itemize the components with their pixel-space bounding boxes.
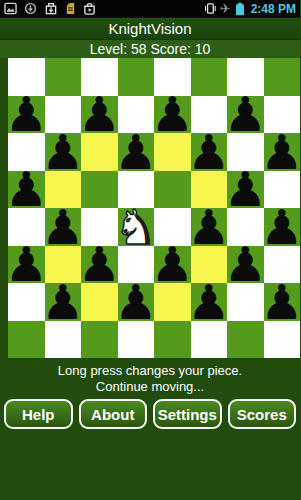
square-f3[interactable]	[191, 246, 228, 284]
square-e7[interactable]: ♟	[154, 96, 191, 134]
square-c8[interactable]	[81, 58, 118, 96]
black-pawn: ♟	[45, 208, 82, 246]
chess-board[interactable]: ♟♟♟♟♟♟♟♟♟♟♟♞♟♟♟♟♟♟♟♟♟♟	[8, 58, 300, 358]
square-c5[interactable]	[81, 171, 118, 209]
level-score-text: Level: 58 Score: 10	[90, 41, 211, 57]
square-g7[interactable]: ♟	[227, 96, 264, 134]
square-e1[interactable]	[154, 321, 191, 359]
black-pawn: ♟	[191, 283, 228, 321]
sd-card-icon	[65, 2, 76, 15]
square-b4[interactable]: ♟	[45, 208, 82, 246]
level-score-bar: Level: 58 Score: 10	[0, 40, 300, 58]
black-pawn: ♟	[45, 133, 82, 171]
square-c7[interactable]: ♟	[81, 96, 118, 134]
square-d3[interactable]	[118, 246, 155, 284]
settings-button[interactable]: Settings	[153, 399, 222, 429]
square-g4[interactable]	[227, 208, 264, 246]
black-pawn: ♟	[227, 171, 264, 209]
square-c4[interactable]	[81, 208, 118, 246]
square-f5[interactable]	[191, 171, 228, 209]
square-b1[interactable]	[45, 321, 82, 359]
status-message: Continue moving...	[0, 379, 300, 395]
square-h4[interactable]: ♟	[264, 208, 301, 246]
square-g1[interactable]	[227, 321, 264, 359]
square-a6[interactable]	[8, 133, 45, 171]
square-h2[interactable]: ♟	[264, 283, 301, 321]
airplane-mode-icon: ✈	[220, 2, 231, 15]
square-b6[interactable]: ♟	[45, 133, 82, 171]
gallery-icon	[4, 2, 17, 15]
square-e8[interactable]	[154, 58, 191, 96]
square-e5[interactable]	[154, 171, 191, 209]
square-b8[interactable]	[45, 58, 82, 96]
black-pawn: ♟	[227, 246, 264, 284]
hint-message: Long press changes your piece.	[0, 363, 300, 379]
square-d6[interactable]: ♟	[118, 133, 155, 171]
square-e4[interactable]	[154, 208, 191, 246]
square-g2[interactable]	[227, 283, 264, 321]
battery-icon	[235, 2, 245, 16]
black-pawn: ♟	[264, 133, 301, 171]
black-pawn: ♟	[191, 208, 228, 246]
black-pawn: ♟	[8, 171, 45, 209]
square-d5[interactable]	[118, 171, 155, 209]
scores-button[interactable]: Scores	[228, 399, 297, 429]
square-c6[interactable]	[81, 133, 118, 171]
black-pawn: ♟	[264, 283, 301, 321]
square-d7[interactable]	[118, 96, 155, 134]
square-f1[interactable]	[191, 321, 228, 359]
black-pawn: ♟	[81, 96, 118, 134]
square-g8[interactable]	[227, 58, 264, 96]
square-h8[interactable]	[264, 58, 301, 96]
black-pawn: ♟	[154, 246, 191, 284]
square-f7[interactable]	[191, 96, 228, 134]
square-g3[interactable]: ♟	[227, 246, 264, 284]
square-d4[interactable]: ♞	[118, 208, 155, 246]
square-h7[interactable]	[264, 96, 301, 134]
status-bar-notification-icons	[4, 2, 96, 15]
square-g6[interactable]	[227, 133, 264, 171]
square-h3[interactable]	[264, 246, 301, 284]
square-f8[interactable]	[191, 58, 228, 96]
black-pawn: ♟	[227, 96, 264, 134]
square-a5[interactable]: ♟	[8, 171, 45, 209]
square-c1[interactable]	[81, 321, 118, 359]
black-pawn: ♟	[45, 283, 82, 321]
square-a8[interactable]	[8, 58, 45, 96]
status-bar: ✈ 2:48 PM	[0, 0, 300, 18]
square-h1[interactable]	[264, 321, 301, 359]
square-a7[interactable]: ♟	[8, 96, 45, 134]
black-pawn: ♟	[154, 96, 191, 134]
status-bar-system-icons: ✈ 2:48 PM	[204, 2, 296, 16]
square-e6[interactable]	[154, 133, 191, 171]
update-circle-icon	[24, 2, 37, 15]
square-h5[interactable]	[264, 171, 301, 209]
square-f6[interactable]: ♟	[191, 133, 228, 171]
square-a2[interactable]	[8, 283, 45, 321]
square-b2[interactable]: ♟	[45, 283, 82, 321]
square-h6[interactable]: ♟	[264, 133, 301, 171]
square-c2[interactable]	[81, 283, 118, 321]
black-pawn: ♟	[8, 96, 45, 134]
vibrate-phone-icon	[204, 2, 216, 15]
clock-text: 2:48 PM	[251, 2, 296, 16]
black-pawn: ♟	[81, 246, 118, 284]
black-pawn: ♟	[191, 133, 228, 171]
square-d1[interactable]	[118, 321, 155, 359]
square-a1[interactable]	[8, 321, 45, 359]
black-pawn: ♟	[8, 246, 45, 284]
square-d2[interactable]: ♟	[118, 283, 155, 321]
black-pawn: ♟	[264, 208, 301, 246]
app-title-bar: KnightVision	[0, 18, 300, 40]
app-title: KnightVision	[108, 20, 191, 37]
download-box-icon	[44, 2, 58, 15]
square-f2[interactable]: ♟	[191, 283, 228, 321]
square-d8[interactable]	[118, 58, 155, 96]
about-button[interactable]: About	[79, 399, 148, 429]
square-c3[interactable]: ♟	[81, 246, 118, 284]
play-store-icon	[83, 2, 96, 15]
help-button[interactable]: Help	[4, 399, 73, 429]
square-f4[interactable]: ♟	[191, 208, 228, 246]
button-bar: Help About Settings Scores	[0, 395, 300, 429]
black-pawn: ♟	[118, 283, 155, 321]
black-pawn: ♟	[118, 133, 155, 171]
app-screen: ✈ 2:48 PM KnightVision Level: 58 Score: …	[0, 0, 300, 500]
square-g5[interactable]: ♟	[227, 171, 264, 209]
square-a3[interactable]: ♟	[8, 246, 45, 284]
square-a4[interactable]	[8, 208, 45, 246]
square-b5[interactable]	[45, 171, 82, 209]
square-e2[interactable]	[154, 283, 191, 321]
white-knight[interactable]: ♞	[118, 208, 155, 246]
square-b3[interactable]	[45, 246, 82, 284]
square-e3[interactable]: ♟	[154, 246, 191, 284]
square-b7[interactable]	[45, 96, 82, 134]
